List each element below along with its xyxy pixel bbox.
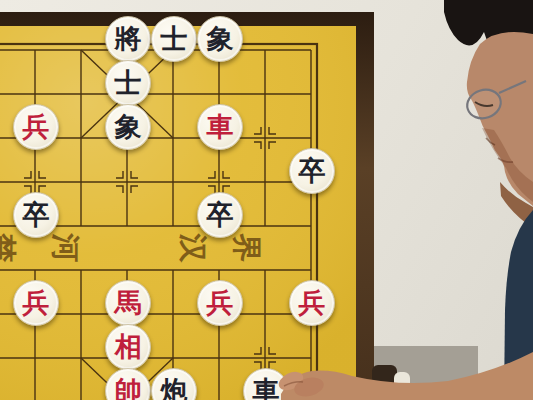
river-text-chu: 楚	[0, 233, 19, 263]
river-text-he: 河	[49, 233, 83, 263]
piece-red-pawn[interactable]: 兵	[13, 280, 59, 326]
river-text-jie: 界	[230, 233, 264, 263]
piece-red-pawn[interactable]: 兵	[197, 280, 243, 326]
piece-glyph: 兵	[23, 289, 50, 316]
piece-black-advisor[interactable]: 士	[151, 16, 197, 62]
piece-glyph: 炮	[161, 377, 188, 400]
piece-glyph: 士	[115, 69, 142, 96]
piece-red-chariot[interactable]: 車	[197, 104, 243, 150]
piece-glyph: 帥	[115, 377, 142, 400]
piece-glyph: 車	[207, 113, 234, 140]
piece-glyph: 象	[207, 25, 234, 52]
piece-glyph: 卒	[299, 157, 326, 184]
piece-glyph: 馬	[115, 289, 142, 316]
piece-glyph: 士	[161, 25, 188, 52]
piece-black-elephant[interactable]: 象	[197, 16, 243, 62]
piece-black-pawn[interactable]: 卒	[289, 148, 335, 194]
piece-black-elephant[interactable]: 象	[105, 104, 151, 150]
video-frame: 楚 河 汉 界 將士象士兵象車卒卒卒兵馬兵兵相帥炮車	[0, 0, 533, 400]
piece-red-elephant[interactable]: 相	[105, 324, 151, 370]
piece-black-advisor[interactable]: 士	[105, 60, 151, 106]
river-text-han: 汉	[176, 233, 210, 264]
piece-black-pawn[interactable]: 卒	[13, 192, 59, 238]
piece-glyph: 兵	[299, 289, 326, 316]
piece-glyph: 兵	[23, 113, 50, 140]
piece-glyph: 卒	[23, 201, 50, 228]
piece-glyph: 相	[115, 333, 142, 360]
piece-glyph: 兵	[207, 289, 234, 316]
piece-red-pawn[interactable]: 兵	[13, 104, 59, 150]
piece-glyph: 象	[115, 113, 142, 140]
piece-black-general[interactable]: 將	[105, 16, 151, 62]
piece-black-pawn[interactable]: 卒	[197, 192, 243, 238]
piece-red-horse[interactable]: 馬	[105, 280, 151, 326]
piece-glyph: 車	[253, 377, 280, 400]
xiangqi-board: 楚 河 汉 界	[0, 0, 533, 400]
piece-red-pawn[interactable]: 兵	[289, 280, 335, 326]
piece-glyph: 將	[115, 25, 142, 52]
piece-glyph: 卒	[207, 201, 234, 228]
